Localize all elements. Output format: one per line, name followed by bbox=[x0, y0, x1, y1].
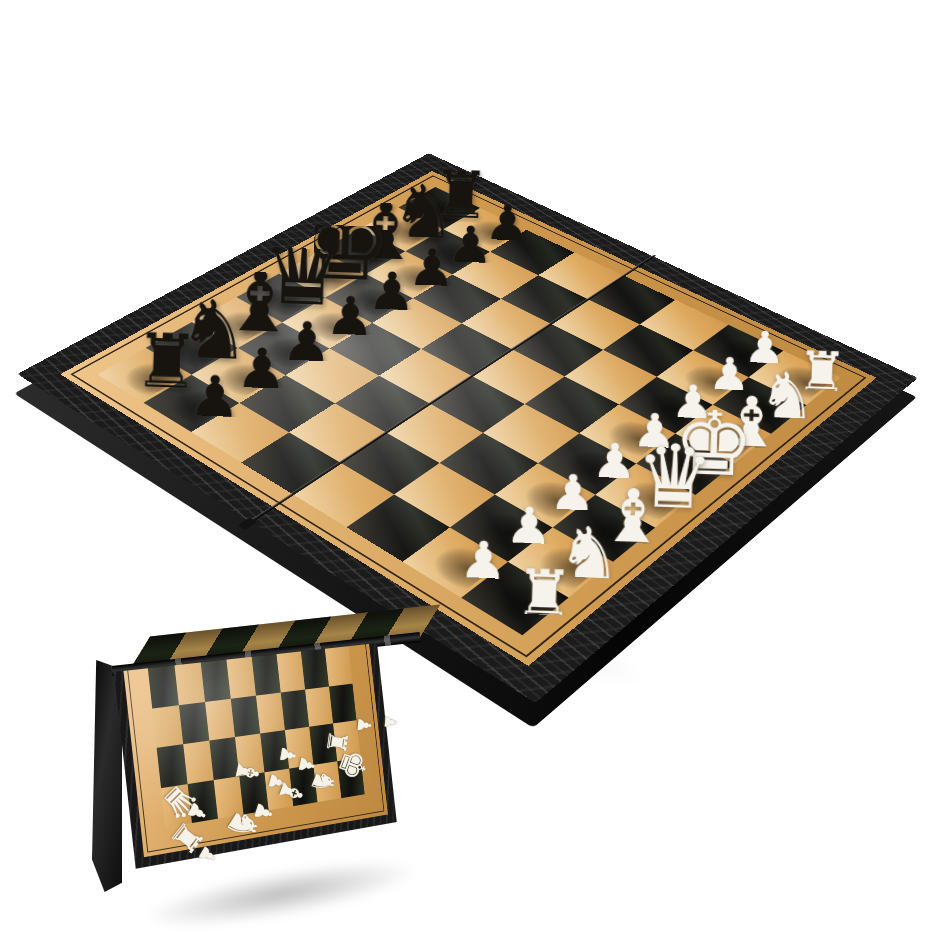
product-photo-chess-set: { "game": "chess", "scene": { "descripti… bbox=[0, 0, 950, 950]
main-board-scene: ♜♞♝♛♚♝♞♜♟♟♟♟♟♟♟♟♟♟♟♟♟♟♟♟♜♞♝♛♚♝♞♜ bbox=[152, 56, 792, 696]
white-bishop-magnetic: ♝ bbox=[272, 774, 309, 810]
folded-chess-set: ♛♟♜♟♞♟♝♟♟♝♟♞♜♚♟♟ bbox=[92, 626, 522, 946]
folded-pieces: ♛♟♜♟♞♟♝♟♟♝♟♞♜♚♟♟ bbox=[92, 626, 522, 946]
piece-billboard: ♜ bbox=[505, 539, 585, 619]
white-pawn-magnetic: ♟ bbox=[354, 716, 373, 734]
white-pawn-magnetic: ♟ bbox=[381, 714, 398, 730]
white-bishop-magnetic: ♝ bbox=[230, 756, 265, 789]
main-chessboard: ♜♞♝♛♚♝♞♜♟♟♟♟♟♟♟♟♟♟♟♟♟♟♟♟♜♞♝♛♚♝♞♜ bbox=[17, 153, 917, 703]
square-d4 bbox=[430, 376, 525, 433]
white-pawn-magnetic: ♟ bbox=[195, 842, 221, 868]
main-field: ♜♞♝♛♚♝♞♜♟♟♟♟♟♟♟♟♟♟♟♟♟♟♟♟♜♞♝♛♚♝♞♜ bbox=[98, 187, 841, 635]
board-frame: ♜♞♝♛♚♝♞♜♟♟♟♟♟♟♟♟♟♟♟♟♟♟♟♟♜♞♝♛♚♝♞♜ bbox=[17, 153, 917, 703]
piece-billboard: ♟ bbox=[179, 349, 250, 420]
board-tan-border: ♜♞♝♛♚♝♞♜♟♟♟♟♟♟♟♟♟♟♟♟♟♟♟♟♜♞♝♛♚♝♞♜ bbox=[60, 171, 876, 666]
